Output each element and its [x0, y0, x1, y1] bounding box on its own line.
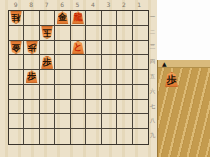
board-cell-1-3[interactable] — [133, 41, 148, 56]
file-label: 6 — [54, 0, 69, 9]
board-cell-3-3[interactable] — [102, 41, 117, 56]
board-cell-2-1[interactable] — [117, 11, 132, 26]
board-cell-3-5[interactable] — [102, 70, 117, 85]
board-cell-4-9[interactable] — [86, 129, 101, 144]
file-labels: 987654321 — [8, 0, 147, 9]
board-cell-6-5[interactable] — [55, 70, 70, 85]
board-cell-7-1[interactable] — [40, 11, 55, 26]
board-cell-5-4[interactable] — [71, 55, 86, 70]
board-cell-9-5[interactable] — [9, 70, 24, 85]
sente-marker-icon: ▲ — [162, 60, 167, 67]
board-cell-4-8[interactable] — [86, 114, 101, 129]
board-cell-7-7[interactable] — [40, 100, 55, 115]
board-cell-5-9[interactable] — [71, 129, 86, 144]
board-cell-6-3[interactable] — [55, 41, 70, 56]
file-label: 8 — [23, 0, 38, 9]
board-cell-1-4[interactable] — [133, 55, 148, 70]
board-cell-1-2[interactable] — [133, 26, 148, 41]
board-cell-1-9[interactable] — [133, 129, 148, 144]
board-cell-4-1[interactable] — [86, 11, 101, 26]
board-cell-7-3[interactable] — [40, 41, 55, 56]
board-cell-6-6[interactable] — [55, 85, 70, 100]
board-cell-2-4[interactable] — [117, 55, 132, 70]
board-cell-8-6[interactable] — [24, 85, 39, 100]
rank-label: 八 — [148, 113, 157, 128]
board-cell-8-1[interactable] — [24, 11, 39, 26]
file-label: 4 — [85, 0, 100, 9]
piece-gote-9一[interactable]: 桂 — [10, 11, 22, 24]
board-cell-3-9[interactable] — [102, 129, 117, 144]
board-cell-5-2[interactable] — [71, 26, 86, 41]
wood-grain — [158, 60, 210, 157]
board-cell-9-4[interactable] — [9, 55, 24, 70]
board-cell-5-5[interactable] — [71, 70, 86, 85]
piece-sente-6一[interactable]: 金 — [57, 11, 69, 24]
board-cell-6-4[interactable] — [55, 55, 70, 70]
board-cell-2-2[interactable] — [117, 26, 132, 41]
board-grid: 桂金龍玉金歩と歩歩 — [8, 10, 149, 145]
board-cell-5-7[interactable] — [71, 100, 86, 115]
board-cell-3-2[interactable] — [102, 26, 117, 41]
board-cell-8-4[interactable] — [24, 55, 39, 70]
board-cell-9-1[interactable]: 桂 — [9, 11, 24, 26]
piece-sente-7四[interactable]: 歩 — [41, 56, 53, 69]
piece-sente-5三[interactable]: と — [72, 41, 84, 54]
piece-sente-5一[interactable]: 龍 — [72, 11, 84, 24]
board-cell-8-7[interactable] — [24, 100, 39, 115]
rank-label: 五 — [148, 69, 157, 84]
file-label: 3 — [101, 0, 116, 9]
board-cell-6-7[interactable] — [55, 100, 70, 115]
rank-label: 三 — [148, 40, 157, 55]
board-cell-2-8[interactable] — [117, 114, 132, 129]
board-cell-1-5[interactable] — [133, 70, 148, 85]
komadai-edge: ▲ — [158, 60, 210, 68]
board-cell-5-3[interactable]: と — [71, 41, 86, 56]
board-cell-9-2[interactable] — [9, 26, 24, 41]
board-cell-9-7[interactable] — [9, 100, 24, 115]
komadai-sente: ▲ 歩 — [157, 60, 210, 157]
board-cell-9-9[interactable] — [9, 129, 24, 144]
file-label: 5 — [70, 0, 85, 9]
rank-label: 六 — [148, 84, 157, 99]
board-cell-7-4[interactable]: 歩 — [40, 55, 55, 70]
board-cell-5-6[interactable] — [71, 85, 86, 100]
piece-sente-8五[interactable]: 歩 — [26, 70, 38, 83]
board-cell-8-2[interactable] — [24, 26, 39, 41]
board-cell-7-5[interactable] — [40, 70, 55, 85]
board-cell-4-4[interactable] — [86, 55, 101, 70]
board-cell-7-9[interactable] — [40, 129, 55, 144]
board-cell-4-6[interactable] — [86, 85, 101, 100]
board-cell-5-1[interactable]: 龍 — [71, 11, 86, 26]
board-cell-4-2[interactable] — [86, 26, 101, 41]
board-cell-3-8[interactable] — [102, 114, 117, 129]
board-cell-3-1[interactable] — [102, 11, 117, 26]
board-cell-7-6[interactable] — [40, 85, 55, 100]
board-cell-4-5[interactable] — [86, 70, 101, 85]
board-cell-2-5[interactable] — [117, 70, 132, 85]
board-cell-6-9[interactable] — [55, 129, 70, 144]
board-cell-9-8[interactable] — [9, 114, 24, 129]
piece-gote-8三[interactable]: 歩 — [26, 41, 38, 54]
rank-label: 二 — [148, 25, 157, 40]
piece-gote-7二[interactable]: 玉 — [41, 26, 53, 39]
board-cell-4-3[interactable] — [86, 41, 101, 56]
board-cell-1-1[interactable] — [133, 11, 148, 26]
board-cell-9-3[interactable]: 金 — [9, 41, 24, 56]
piece-gote-9三[interactable]: 金 — [10, 41, 22, 54]
board-cell-8-8[interactable] — [24, 114, 39, 129]
board-cell-3-4[interactable] — [102, 55, 117, 70]
file-label: 9 — [8, 0, 23, 9]
file-label: 1 — [132, 0, 147, 9]
rank-labels: 一二三四五六七八九 — [148, 10, 157, 143]
board-cell-7-2[interactable]: 玉 — [40, 26, 55, 41]
file-label: 2 — [116, 0, 131, 9]
rank-label: 一 — [148, 10, 157, 25]
board-cell-2-6[interactable] — [117, 85, 132, 100]
file-label: 7 — [39, 0, 54, 9]
board-cell-1-6[interactable] — [133, 85, 148, 100]
board-cell-6-1[interactable]: 金 — [55, 11, 70, 26]
board-cell-4-7[interactable] — [86, 100, 101, 115]
board-cell-8-5[interactable]: 歩 — [24, 70, 39, 85]
board-cell-2-3[interactable] — [117, 41, 132, 56]
board-cell-3-7[interactable] — [102, 100, 117, 115]
background — [157, 0, 210, 60]
board-cell-6-8[interactable] — [55, 114, 70, 129]
board-cell-3-6[interactable] — [102, 85, 117, 100]
board-cell-1-7[interactable] — [133, 100, 148, 115]
board-cell-8-9[interactable] — [24, 129, 39, 144]
shogi-board: 987654321 一二三四五六七八九 桂金龍玉金歩と歩歩 — [0, 0, 157, 157]
rank-label: 四 — [148, 54, 157, 69]
board-cell-1-8[interactable] — [133, 114, 148, 129]
board-cell-9-6[interactable] — [9, 85, 24, 100]
shogi-diagram: 987654321 一二三四五六七八九 桂金龍玉金歩と歩歩 ▲ 歩 — [0, 0, 210, 157]
board-cell-7-8[interactable] — [40, 114, 55, 129]
board-cell-5-8[interactable] — [71, 114, 86, 129]
rank-label: 七 — [148, 99, 157, 114]
board-cell-6-2[interactable] — [55, 26, 70, 41]
board-cell-8-3[interactable]: 歩 — [24, 41, 39, 56]
board-cell-2-7[interactable] — [117, 100, 132, 115]
rank-label: 九 — [148, 128, 157, 143]
board-cell-2-9[interactable] — [117, 129, 132, 144]
